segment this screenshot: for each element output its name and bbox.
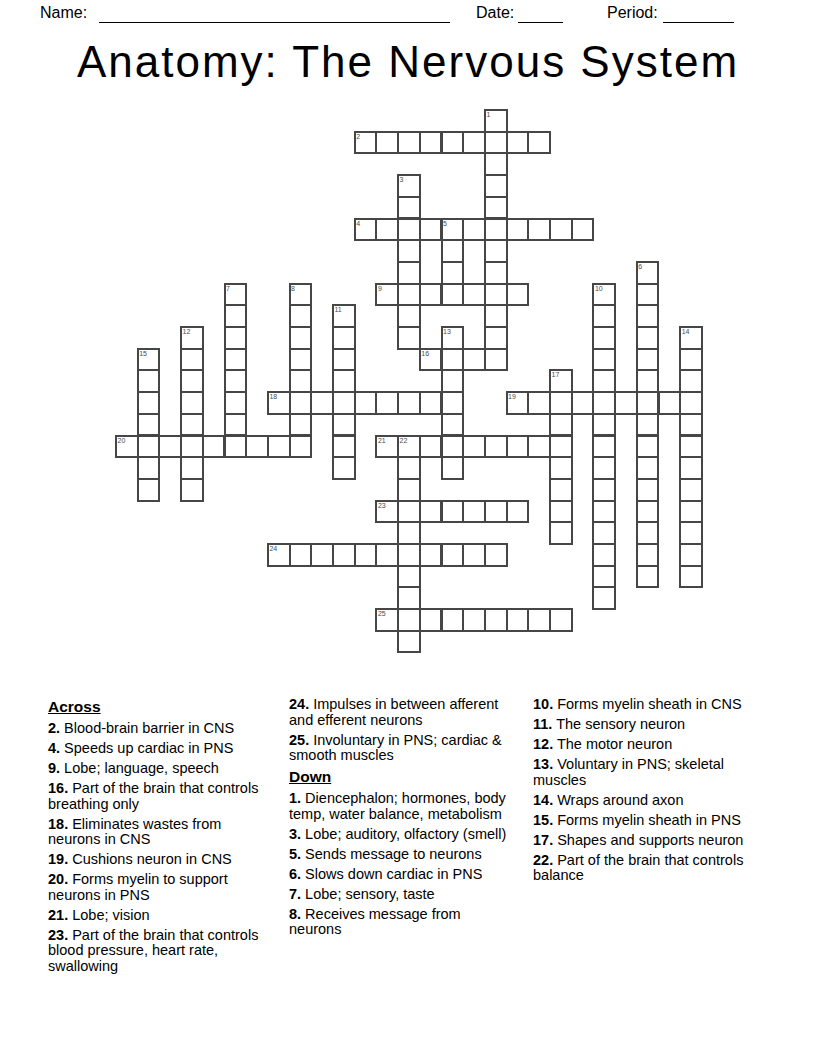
grid-cell[interactable] — [484, 608, 508, 632]
grid-cell[interactable] — [506, 608, 530, 632]
clue-across-9: 9. Lobe; language, speech — [48, 761, 271, 777]
period-label: Period: — [607, 4, 658, 22]
grid-cell[interactable] — [592, 304, 616, 328]
grid-cell[interactable] — [332, 543, 356, 567]
grid-cell[interactable] — [636, 543, 660, 567]
grid-cell[interactable] — [224, 369, 248, 393]
clue-number-22: 22 — [400, 437, 408, 445]
grid-cell[interactable] — [137, 435, 161, 459]
clue-down-17: 17. Shapes and supports neuron — [533, 833, 746, 849]
grid-cell[interactable] — [397, 239, 421, 263]
grid-cell[interactable] — [419, 608, 443, 632]
grid-cell[interactable] — [289, 326, 313, 350]
grid-cell[interactable] — [289, 304, 313, 328]
grid-cell[interactable] — [527, 131, 551, 155]
grid-cell[interactable] — [397, 304, 421, 328]
grid-cell[interactable] — [397, 456, 421, 480]
clue-number-18: 18 — [269, 393, 277, 401]
grid-cell[interactable] — [592, 326, 616, 350]
clue-number-13: 13 — [443, 328, 451, 336]
grid-cell[interactable] — [506, 218, 530, 242]
grid-cell[interactable] — [679, 413, 703, 437]
clue-across-23: 23. Part of the brain that controls bloo… — [48, 928, 271, 975]
grid-cell[interactable] — [267, 435, 291, 459]
clue-down-14: 14. Wraps around axon — [533, 793, 746, 809]
grid-cell[interactable] — [441, 435, 465, 459]
grid-cell[interactable] — [441, 608, 465, 632]
clue-across-24: 24. Impulses in between afferent and eff… — [289, 697, 510, 728]
grid-cell[interactable] — [419, 435, 443, 459]
worksheet-page: Name: Date: Period: Anatomy: The Nervous… — [0, 0, 816, 1056]
grid-cell[interactable] — [462, 283, 486, 307]
grid-cell[interactable] — [636, 500, 660, 524]
date-label: Date: — [476, 4, 514, 22]
grid-cell[interactable] — [137, 413, 161, 437]
clue-number-17: 17 — [552, 371, 560, 379]
grid-cell[interactable] — [658, 391, 682, 415]
grid-cell[interactable] — [592, 543, 616, 567]
grid-cell[interactable] — [332, 413, 356, 437]
grid-cell[interactable] — [441, 239, 465, 263]
grid-cell[interactable] — [332, 326, 356, 350]
grid-cell[interactable] — [462, 131, 486, 155]
grid-cell[interactable] — [484, 196, 508, 220]
grid-cell[interactable] — [549, 435, 573, 459]
clue-down-8: 8. Receives message from neurons — [289, 907, 510, 938]
grid-cell[interactable] — [679, 435, 703, 459]
clue-number-19: 19 — [508, 393, 516, 401]
grid-cell[interactable] — [636, 391, 660, 415]
clue-number-15: 15 — [139, 350, 147, 358]
grid-cell[interactable] — [180, 413, 204, 437]
clue-down-3: 3. Lobe; auditory, olfactory (smell) — [289, 827, 510, 843]
grid-cell[interactable] — [180, 391, 204, 415]
clue-number-25: 25 — [378, 610, 386, 618]
grid-cell[interactable] — [419, 543, 443, 567]
grid-cell[interactable] — [592, 478, 616, 502]
clue-number-11: 11 — [335, 306, 342, 314]
grid-cell[interactable] — [484, 239, 508, 263]
grid-cell[interactable] — [419, 131, 443, 155]
grid-cell[interactable] — [441, 500, 465, 524]
grid-cell[interactable] — [441, 131, 465, 155]
grid-cell[interactable] — [354, 391, 378, 415]
grid-cell[interactable] — [289, 348, 313, 372]
grid-cell[interactable] — [506, 500, 530, 524]
grid-cell[interactable] — [289, 435, 313, 459]
grid-cell[interactable] — [462, 218, 486, 242]
grid-cell[interactable] — [549, 500, 573, 524]
grid-cell[interactable] — [441, 283, 465, 307]
grid-cell[interactable] — [137, 456, 161, 480]
grid-cell[interactable] — [397, 326, 421, 350]
grid-cell[interactable] — [158, 435, 182, 459]
grid-cell[interactable] — [549, 413, 573, 437]
grid-cell[interactable] — [397, 218, 421, 242]
grid-cell[interactable] — [636, 413, 660, 437]
grid-cell[interactable] — [332, 391, 356, 415]
grid-cell[interactable] — [592, 369, 616, 393]
grid-cell[interactable] — [332, 435, 356, 459]
grid-cell[interactable] — [549, 521, 573, 545]
clue-down-6: 6. Slows down cardiac in PNS — [289, 867, 510, 883]
clue-across-18: 18. Eliminates wastes from neurons in CN… — [48, 817, 271, 848]
grid-cell[interactable] — [549, 218, 573, 242]
grid-cell[interactable] — [332, 369, 356, 393]
clue-down-5: 5. Sends message to neurons — [289, 847, 510, 863]
grid-cell[interactable] — [636, 369, 660, 393]
clue-number-8: 8 — [291, 285, 295, 293]
grid-cell[interactable] — [636, 478, 660, 502]
grid-cell[interactable] — [506, 283, 530, 307]
grid-cell[interactable] — [679, 565, 703, 589]
grid-cell[interactable] — [375, 391, 399, 415]
grid-cell[interactable] — [224, 326, 248, 350]
grid-cell[interactable] — [592, 348, 616, 372]
grid-cell[interactable] — [441, 391, 465, 415]
grid-cell[interactable] — [224, 435, 248, 459]
grid-cell[interactable] — [397, 630, 421, 654]
grid-cell[interactable] — [679, 500, 703, 524]
grid-cell[interactable] — [636, 326, 660, 350]
grid-cell[interactable] — [245, 435, 269, 459]
clue-across-21: 21. Lobe; vision — [48, 908, 271, 924]
grid-cell[interactable] — [441, 348, 465, 372]
clue-number-16: 16 — [421, 350, 429, 358]
grid-cell[interactable] — [592, 456, 616, 480]
grid-cell[interactable] — [484, 500, 508, 524]
clue-number-2: 2 — [356, 133, 360, 141]
grid-cell[interactable] — [180, 435, 204, 459]
grid-cell[interactable] — [592, 391, 616, 415]
grid-cell[interactable] — [462, 500, 486, 524]
clue-across-25: 25. Involuntary in PNS; cardiac & smooth… — [289, 733, 510, 764]
grid-cell[interactable] — [397, 196, 421, 220]
clue-down-22: 22. Part of the brain that controls bala… — [533, 853, 746, 884]
clue-column-3: 10. Forms myelin sheath in CNS11. The se… — [533, 697, 746, 888]
grid-cell[interactable] — [484, 326, 508, 350]
grid-cell[interactable] — [592, 521, 616, 545]
grid-cell[interactable] — [484, 152, 508, 176]
grid-cell[interactable] — [462, 608, 486, 632]
clue-across-20: 20. Forms myelin to support neurons in P… — [48, 872, 271, 903]
grid-cell[interactable] — [462, 435, 486, 459]
clue-across-2: 2. Blood-brain barrier in CNS — [48, 721, 271, 737]
grid-cell[interactable] — [180, 348, 204, 372]
grid-cell[interactable] — [549, 478, 573, 502]
grid-cell[interactable] — [441, 261, 465, 285]
grid-cell[interactable] — [462, 348, 486, 372]
grid-cell[interactable] — [679, 478, 703, 502]
crossword-grid: 1234567891011121314151617181920212223242… — [116, 110, 702, 653]
grid-cell[interactable] — [549, 456, 573, 480]
grid-cell[interactable] — [527, 435, 551, 459]
clue-number-20: 20 — [118, 437, 126, 445]
clue-number-4: 4 — [356, 220, 360, 228]
clue-across-16: 16. Part of the brain that controls brea… — [48, 781, 271, 812]
clue-number-3: 3 — [400, 176, 404, 184]
grid-cell[interactable] — [636, 435, 660, 459]
grid-cell[interactable] — [180, 369, 204, 393]
grid-cell[interactable] — [137, 478, 161, 502]
grid-cell[interactable] — [137, 391, 161, 415]
grid-cell[interactable] — [679, 543, 703, 567]
clue-number-24: 24 — [269, 545, 277, 553]
grid-cell[interactable] — [679, 369, 703, 393]
grid-cell[interactable] — [397, 391, 421, 415]
clue-down-1: 1. Diencephalon; hormones, body temp, wa… — [289, 791, 510, 822]
clues-down-heading: Down — [289, 768, 510, 786]
clue-number-1: 1 — [486, 111, 490, 119]
grid-cell[interactable] — [397, 565, 421, 589]
grid-cell[interactable] — [180, 456, 204, 480]
grid-cell[interactable] — [354, 543, 378, 567]
grid-cell[interactable] — [397, 478, 421, 502]
period-blank-line[interactable] — [663, 5, 734, 23]
grid-cell[interactable] — [549, 391, 573, 415]
clue-across-4: 4. Speeds up cardiac in PNS — [48, 741, 271, 757]
grid-cell[interactable] — [289, 543, 313, 567]
grid-cell[interactable] — [571, 391, 595, 415]
grid-cell[interactable] — [397, 500, 421, 524]
grid-cell[interactable] — [549, 608, 573, 632]
grid-cell[interactable] — [571, 218, 595, 242]
grid-cell[interactable] — [679, 391, 703, 415]
grid-cell[interactable] — [419, 283, 443, 307]
grid-cell[interactable] — [527, 218, 551, 242]
clue-number-5: 5 — [443, 220, 447, 228]
grid-cell[interactable] — [224, 304, 248, 328]
grid-cell[interactable] — [419, 500, 443, 524]
grid-cell[interactable] — [527, 608, 551, 632]
grid-cell[interactable] — [397, 261, 421, 285]
grid-cell[interactable] — [375, 131, 399, 155]
page-title: Anatomy: The Nervous System — [0, 36, 816, 88]
clue-number-7: 7 — [226, 285, 230, 293]
clue-down-11: 11. The sensory neuron — [533, 717, 746, 733]
clue-down-7: 7. Lobe; sensory, taste — [289, 887, 510, 903]
grid-cell[interactable] — [289, 369, 313, 393]
grid-cell[interactable] — [224, 391, 248, 415]
grid-cell[interactable] — [441, 456, 465, 480]
grid-cell[interactable] — [419, 391, 443, 415]
grid-cell[interactable] — [484, 174, 508, 198]
clue-down-12: 12. The motor neuron — [533, 737, 746, 753]
grid-cell[interactable] — [202, 435, 226, 459]
grid-cell[interactable] — [636, 283, 660, 307]
grid-cell[interactable] — [592, 413, 616, 437]
grid-cell[interactable] — [484, 435, 508, 459]
grid-cell[interactable] — [679, 521, 703, 545]
grid-cell[interactable] — [224, 413, 248, 437]
clue-number-9: 9 — [378, 285, 382, 293]
clue-column-1: Across2. Blood-brain barrier in CNS4. Sp… — [48, 697, 271, 979]
grid-cell[interactable] — [484, 348, 508, 372]
grid-cell[interactable] — [137, 369, 161, 393]
grid-cell[interactable] — [289, 413, 313, 437]
grid-cell[interactable] — [636, 456, 660, 480]
grid-cell[interactable] — [636, 521, 660, 545]
grid-cell[interactable] — [506, 435, 530, 459]
grid-cell[interactable] — [484, 543, 508, 567]
grid-cell[interactable] — [636, 348, 660, 372]
grid-cell[interactable] — [484, 131, 508, 155]
name-blank-line[interactable] — [99, 5, 450, 23]
grid-cell[interactable] — [484, 218, 508, 242]
grid-cell[interactable] — [310, 391, 334, 415]
clue-number-10: 10 — [595, 285, 603, 293]
grid-cell[interactable] — [592, 586, 616, 610]
grid-cell[interactable] — [310, 543, 334, 567]
grid-cell[interactable] — [636, 304, 660, 328]
grid-cell[interactable] — [462, 543, 486, 567]
grid-cell[interactable] — [419, 218, 443, 242]
clue-number-6: 6 — [638, 263, 642, 271]
grid-cell[interactable] — [506, 131, 530, 155]
grid-cell[interactable] — [592, 565, 616, 589]
grid-cell[interactable] — [527, 391, 551, 415]
grid-cell[interactable] — [679, 348, 703, 372]
clue-down-10: 10. Forms myelin sheath in CNS — [533, 697, 746, 713]
grid-cell[interactable] — [441, 413, 465, 437]
clue-number-23: 23 — [378, 502, 386, 510]
grid-cell[interactable] — [397, 543, 421, 567]
grid-cell[interactable] — [375, 543, 399, 567]
grid-cell[interactable] — [397, 131, 421, 155]
grid-cell[interactable] — [375, 218, 399, 242]
grid-cell[interactable] — [397, 586, 421, 610]
clue-down-15: 15. Forms myelin sheath in PNS — [533, 813, 746, 829]
grid-cell[interactable] — [397, 283, 421, 307]
clue-number-21: 21 — [378, 437, 386, 445]
clues-across-heading: Across — [48, 698, 271, 716]
grid-cell[interactable] — [614, 391, 638, 415]
grid-cell[interactable] — [484, 304, 508, 328]
clue-down-13: 13. Voluntary in PNS; skeletal muscles — [533, 757, 746, 788]
grid-cell[interactable] — [484, 283, 508, 307]
grid-cell[interactable] — [397, 608, 421, 632]
grid-cell[interactable] — [332, 456, 356, 480]
grid-cell[interactable] — [679, 456, 703, 480]
grid-cell[interactable] — [441, 369, 465, 393]
clue-column-2: 24. Impulses in between afferent and eff… — [289, 697, 510, 942]
grid-cell[interactable] — [592, 435, 616, 459]
clue-number-14: 14 — [682, 328, 690, 336]
grid-cell[interactable] — [484, 261, 508, 285]
grid-cell[interactable] — [289, 391, 313, 415]
clue-number-12: 12 — [183, 328, 191, 336]
grid-cell[interactable] — [592, 500, 616, 524]
grid-cell[interactable] — [397, 521, 421, 545]
grid-cell[interactable] — [224, 348, 248, 372]
grid-cell[interactable] — [636, 565, 660, 589]
date-blank-line[interactable] — [518, 5, 563, 23]
name-label: Name: — [40, 4, 87, 22]
grid-cell[interactable] — [180, 478, 204, 502]
clue-across-19: 19. Cushions neuron in CNS — [48, 852, 271, 868]
grid-cell[interactable] — [332, 348, 356, 372]
grid-cell[interactable] — [441, 543, 465, 567]
